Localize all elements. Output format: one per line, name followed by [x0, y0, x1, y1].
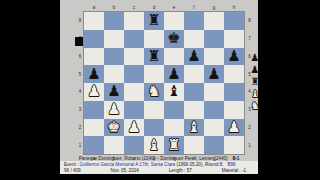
board-square-f2: ♝ — [184, 119, 204, 137]
board-square-b3: ♟ — [104, 101, 124, 119]
board-square-c6 — [124, 48, 144, 66]
file-label-f: f — [184, 5, 204, 10]
file-label-d: d — [144, 5, 164, 10]
tray-black-rook: ♜ — [251, 77, 260, 87]
tray-white-knight: ♞ — [251, 101, 260, 111]
board-square-b2: ♚ — [104, 119, 124, 137]
board-square-g6 — [204, 48, 224, 66]
rank-label-5: 5 — [77, 65, 83, 83]
board-square-b5 — [104, 65, 124, 83]
black-king-piece: ♚ — [167, 31, 180, 46]
white-pawn-piece: ♟ — [127, 120, 140, 135]
file-label-b: b — [104, 5, 124, 10]
board-square-e7: ♚ — [164, 30, 184, 48]
board-square-b4: ♟ — [104, 83, 124, 101]
file-label-h: h — [224, 5, 244, 10]
white-pawn-piece: ♟ — [227, 120, 240, 135]
white-pawn-piece: ♟ — [107, 102, 120, 117]
rank-label-1: 1 — [77, 136, 83, 154]
board-square-h7 — [224, 30, 244, 48]
board-square-h4 — [224, 83, 244, 101]
board-square-f3 — [184, 101, 204, 119]
board-square-a2 — [84, 119, 104, 137]
board-square-h6: ♟ — [224, 48, 244, 66]
file-label-e: e — [164, 5, 184, 10]
black-pawn-piece: ♟ — [227, 49, 240, 64]
board-square-e2 — [164, 119, 184, 137]
board-square-c3 — [124, 101, 144, 119]
viewer-panel: abcdefgh abcdefgh 87654321 87654321 ♜♚♜♟… — [60, 0, 258, 174]
rank-label-7: 7 — [247, 30, 253, 48]
board-square-f1 — [184, 136, 204, 154]
event-link: Guillermo Garcia Memorial A 17th, Santa … — [80, 162, 176, 167]
board-square-c1 — [124, 136, 144, 154]
result-text: 0-1 — [233, 156, 240, 161]
game-number: 96 / 409 — [64, 169, 81, 174]
board-square-b8 — [104, 12, 124, 30]
board-square-d2 — [144, 119, 164, 137]
white-pawn-piece: ♟ — [87, 84, 100, 99]
file-labels-top: abcdefgh — [84, 5, 244, 10]
rank-label-8: 8 — [77, 12, 83, 30]
video-frame: abcdefgh abcdefgh 87654321 87654321 ♜♚♜♟… — [0, 0, 320, 180]
rank-label-6: 6 — [77, 48, 83, 66]
chess-board: ♜♚♜♟♟♟♟♟♟♟♞♝♟♚♟♝♟♝♜ — [84, 12, 244, 154]
white-king-piece: ♚ — [107, 120, 120, 135]
board-square-c7 — [124, 30, 144, 48]
players-line: Paneque Dominguez, Roberto (2340) – Domi… — [60, 157, 258, 162]
upload-date: Nov. 05, 2024 — [111, 169, 139, 174]
board-square-b7 — [104, 30, 124, 48]
board-square-b6 — [104, 48, 124, 66]
black-pawn-piece: ♟ — [107, 84, 120, 99]
board-square-e1: ♜ — [164, 136, 184, 154]
black-pawn-piece: ♟ — [87, 67, 100, 82]
board-square-a8 — [84, 12, 104, 30]
board-square-g3 — [204, 101, 224, 119]
board-square-d3 — [144, 101, 164, 119]
rank-label-8: 8 — [247, 12, 253, 30]
event-label: Event : — [64, 162, 78, 167]
board-square-e3 — [164, 101, 184, 119]
board-square-c4 — [124, 83, 144, 101]
board-square-f4 — [184, 83, 204, 101]
board-square-b1 — [104, 136, 124, 154]
material-difference-tray: ♟♟♜♝♞ — [249, 52, 261, 112]
board-square-c8 — [124, 12, 144, 30]
black-bishop-piece: ♝ — [167, 84, 180, 99]
board-square-g5: ♟ — [204, 65, 224, 83]
board-square-d5 — [144, 65, 164, 83]
black-pawn-piece: ♟ — [187, 49, 200, 64]
board-square-c5 — [124, 65, 144, 83]
board-square-a3 — [84, 101, 104, 119]
board-square-h3 — [224, 101, 244, 119]
black-pawn-piece: ♟ — [167, 67, 180, 82]
board-square-e8 — [164, 12, 184, 30]
white-rook-piece: ♜ — [167, 138, 180, 153]
board-square-h2: ♟ — [224, 119, 244, 137]
meta-line: 96 / 409 Nov. 05, 2024 Length : 57 Mater… — [64, 169, 254, 174]
board-square-f8 — [184, 12, 204, 30]
file-label-c: c — [124, 5, 144, 10]
board-square-a5: ♟ — [84, 65, 104, 83]
board-square-f6: ♟ — [184, 48, 204, 66]
event-tail: (1999.05.20), Round 8, — [176, 162, 223, 167]
white-knight-piece: ♞ — [147, 84, 160, 99]
board-square-g7 — [204, 30, 224, 48]
tray-black-pawn: ♟ — [251, 65, 260, 75]
board-square-f5 — [184, 65, 204, 83]
rank-label-2: 2 — [77, 119, 83, 137]
rank-label-2: 2 — [247, 119, 253, 137]
board-square-a4: ♟ — [84, 83, 104, 101]
eco-code: B96 — [227, 162, 235, 167]
material-balance: Material : -1 — [222, 169, 246, 174]
board-square-h8 — [224, 12, 244, 30]
board-square-f7 — [184, 30, 204, 48]
tray-white-bishop: ♝ — [251, 89, 260, 99]
board-square-g1 — [204, 136, 224, 154]
tray-black-pawn: ♟ — [251, 53, 260, 63]
board-square-d8: ♜ — [144, 12, 164, 30]
rank-labels-left: 87654321 — [77, 12, 83, 154]
white-bishop-piece: ♝ — [187, 120, 200, 135]
board-square-d1: ♝ — [144, 136, 164, 154]
board-square-g2 — [204, 119, 224, 137]
board-square-e6 — [164, 48, 184, 66]
board-square-h5 — [224, 65, 244, 83]
file-label-a: a — [84, 5, 104, 10]
game-length: Length : 57 — [169, 169, 192, 174]
board-square-a6 — [84, 48, 104, 66]
board-square-d7 — [144, 30, 164, 48]
event-line: Event : Guillermo Garcia Memorial A 17th… — [64, 163, 236, 168]
board-square-e5: ♟ — [164, 65, 184, 83]
black-pawn-piece: ♟ — [207, 67, 220, 82]
board-square-h1 — [224, 136, 244, 154]
rank-label-3: 3 — [77, 101, 83, 119]
board-square-g4 — [204, 83, 224, 101]
board-square-e4: ♝ — [164, 83, 184, 101]
board-square-c2: ♟ — [124, 119, 144, 137]
board-square-d4: ♞ — [144, 83, 164, 101]
file-label-g: g — [204, 5, 224, 10]
rank-label-1: 1 — [247, 136, 253, 154]
board-square-a7 — [84, 30, 104, 48]
black-rook-piece: ♜ — [147, 49, 160, 64]
black-rook-piece: ♜ — [147, 13, 160, 28]
white-bishop-piece: ♝ — [147, 138, 160, 153]
board-square-d6: ♜ — [144, 48, 164, 66]
side-to-move-indicator — [75, 37, 83, 46]
board-square-a1 — [84, 136, 104, 154]
board-square-g8 — [204, 12, 224, 30]
rank-label-4: 4 — [77, 83, 83, 101]
player-names: Paneque Dominguez, Roberto (2340) – Domi… — [79, 156, 228, 161]
